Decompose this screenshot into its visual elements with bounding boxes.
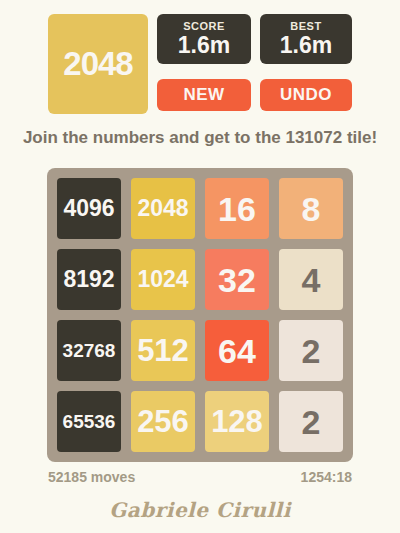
tile-32: 32: [205, 249, 269, 310]
tile-32768: 32768: [57, 320, 121, 381]
tile-64: 64: [205, 320, 269, 381]
tile-8192: 8192: [57, 249, 121, 310]
new-game-button[interactable]: NEW: [157, 79, 251, 111]
tile-65536: 65536: [57, 391, 121, 452]
tile-2: 2: [279, 391, 343, 452]
tile-512: 512: [131, 320, 195, 381]
author-credit-link[interactable]: Gabriele Cirulli: [0, 498, 400, 522]
best-value: 1.6m: [280, 33, 332, 58]
moves-counter: 52185 moves: [48, 469, 135, 485]
tile-8: 8: [279, 178, 343, 239]
game-page: 2048 SCORE 1.6m BEST 1.6m NEW UNDO Join …: [0, 0, 400, 533]
tile-2: 2: [279, 320, 343, 381]
logo-text: 2048: [63, 45, 132, 83]
tile-4096: 4096: [57, 178, 121, 239]
undo-button[interactable]: UNDO: [260, 79, 352, 111]
score-box: SCORE 1.6m: [157, 14, 251, 64]
tile-1024: 1024: [131, 249, 195, 310]
score-value: 1.6m: [178, 33, 230, 58]
tile-16: 16: [205, 178, 269, 239]
time-counter: 1254:18: [301, 469, 352, 485]
tile-128: 128: [205, 391, 269, 452]
tagline: Join the numbers and get to the 131072 t…: [0, 128, 400, 148]
tile-2048: 2048: [131, 178, 195, 239]
best-box: BEST 1.6m: [260, 14, 352, 64]
stats-row: 52185 moves 1254:18: [48, 469, 352, 485]
logo-2048-tile: 2048: [48, 14, 148, 114]
tile-4: 4: [279, 249, 343, 310]
game-board[interactable]: 4096204816881921024324327685126426553625…: [47, 168, 353, 462]
tile-256: 256: [131, 391, 195, 452]
